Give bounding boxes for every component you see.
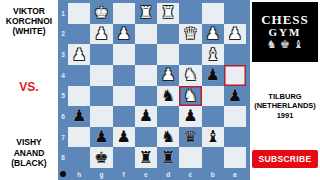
square-b1[interactable] [202,3,224,24]
square-b3[interactable]: ♝ [202,44,224,65]
black-pawn: ♟ [116,129,130,145]
square-b7[interactable]: ♝ [202,127,224,148]
square-h1[interactable] [68,3,90,24]
square-g6[interactable] [90,106,112,127]
black-pawn: ♟ [205,67,219,83]
rank-labels: 12345678 [58,3,68,168]
square-b6[interactable] [202,106,224,127]
player-black-color: (BLACK) [11,158,46,168]
rank-label-8: 8 [58,147,68,168]
square-a1[interactable] [224,3,246,24]
black-knight: ♞ [161,88,175,104]
black-rook: ♜ [161,150,175,166]
square-h7[interactable] [68,127,90,148]
player-black-name: VISHY ANAND (BLACK) [11,137,46,168]
square-g3[interactable] [90,44,112,65]
side-to-move-indicator [60,171,66,177]
file-label-b: b [202,168,224,180]
square-b5[interactable] [202,86,224,107]
chess-board: 12345678 ♚♜♜♟♟♛♟♟♟♝♟♞♟♞♞♟♟♟♟♟♟♞♛♝♚♜♜ hgf… [58,0,250,180]
player-white-color: (WHITE) [6,26,52,36]
square-g2[interactable]: ♟ [90,24,112,45]
square-c5[interactable]: ♞ [179,86,201,107]
square-a2[interactable]: ♟ [224,24,246,45]
square-d1[interactable]: ♜ [157,3,179,24]
square-g1[interactable]: ♚ [90,3,112,24]
square-c2[interactable]: ♛ [179,24,201,45]
square-f4[interactable] [113,65,135,86]
white-rook: ♜ [139,5,153,21]
square-c8[interactable] [179,147,201,168]
video-thumbnail: VIKTOR KORCHNOI (WHITE) VS. VISHY ANAND … [0,0,320,180]
square-c4[interactable]: ♞ [179,65,201,86]
file-label-c: c [179,168,201,180]
square-a6[interactable] [224,106,246,127]
file-label-a: a [224,168,246,180]
event-year: 1991 [250,111,320,120]
square-g5[interactable] [90,86,112,107]
left-panel: VIKTOR KORCHNOI (WHITE) VS. VISHY ANAND … [0,0,58,180]
square-h5[interactable] [68,86,90,107]
square-a7[interactable] [224,127,246,148]
white-pawn: ♟ [228,26,242,42]
vs-label: VS. [19,80,38,94]
square-a5[interactable]: ♟ [224,86,246,107]
square-a3[interactable] [224,44,246,65]
square-a4[interactable] [224,65,246,86]
square-g4[interactable] [90,65,112,86]
square-f6[interactable] [113,106,135,127]
player-black-line1: VISHY [11,137,46,147]
rank-label-7: 7 [58,127,68,148]
black-pawn: ♟ [72,108,86,124]
file-labels: hgfedcba [68,168,246,180]
rank-label-5: 5 [58,86,68,107]
square-c1[interactable] [179,3,201,24]
square-e7[interactable] [135,127,157,148]
black-king: ♚ [94,150,108,166]
square-e1[interactable]: ♜ [135,3,157,24]
file-label-g: g [90,168,112,180]
square-f5[interactable] [113,86,135,107]
white-rook: ♜ [161,5,175,21]
file-label-e: e [135,168,157,180]
square-d7[interactable]: ♞ [157,127,179,148]
square-c3[interactable] [179,44,201,65]
black-pawn: ♟ [228,88,242,104]
board-squares: ♚♜♜♟♟♛♟♟♟♝♟♞♟♞♞♟♟♟♟♟♟♞♛♝♚♜♜ [68,3,246,168]
square-e8[interactable]: ♜ [135,147,157,168]
event-country: (NETHERLANDS) [250,101,320,110]
square-h3[interactable]: ♟ [68,44,90,65]
logo-chess-pieces-icon: ♞ ♚ ♝ [267,39,304,51]
square-c7[interactable]: ♛ [179,127,201,148]
square-d4[interactable]: ♟ [157,65,179,86]
square-h6[interactable]: ♟ [68,106,90,127]
white-pawn: ♟ [205,26,219,42]
square-b8[interactable] [202,147,224,168]
square-f2[interactable]: ♟ [113,24,135,45]
rank-label-4: 4 [58,65,68,86]
file-label-f: f [113,168,135,180]
square-d6[interactable] [157,106,179,127]
black-bishop: ♝ [205,129,219,145]
square-b4[interactable]: ♟ [202,65,224,86]
file-label-d: d [157,168,179,180]
square-g7[interactable]: ♟ [90,127,112,148]
black-pawn: ♟ [94,129,108,145]
square-d3[interactable] [157,44,179,65]
square-f7[interactable]: ♟ [113,127,135,148]
white-bishop: ♝ [205,47,219,63]
event-city: TILBURG [250,92,320,101]
white-queen: ♛ [183,26,197,42]
black-knight: ♞ [161,129,175,145]
square-a8[interactable] [224,147,246,168]
square-d5[interactable]: ♞ [157,86,179,107]
square-e5[interactable] [135,86,157,107]
square-d2[interactable] [157,24,179,45]
rank-label-3: 3 [58,44,68,65]
white-pawn: ♟ [116,26,130,42]
event-info: TILBURG (NETHERLANDS) 1991 [250,92,320,120]
white-knight: ♞ [183,88,197,104]
square-h4[interactable] [68,65,90,86]
right-panel: CHESS GYM ♞ ♚ ♝ TILBURG (NETHERLANDS) 19… [250,0,320,180]
player-white-line2: KORCHNOI [6,16,52,26]
rank-label-2: 2 [58,24,68,45]
square-h2[interactable] [68,24,90,45]
channel-logo: CHESS GYM ♞ ♚ ♝ [252,2,318,62]
square-e6[interactable]: ♟ [135,106,157,127]
player-white-name: VIKTOR KORCHNOI (WHITE) [6,6,52,37]
white-pawn: ♟ [161,67,175,83]
player-black-line2: ANAND [11,148,46,158]
square-g8[interactable]: ♚ [90,147,112,168]
square-b2[interactable]: ♟ [202,24,224,45]
square-f1[interactable] [113,3,135,24]
white-knight: ♞ [183,67,197,83]
rank-label-6: 6 [58,106,68,127]
black-pawn: ♟ [183,108,197,124]
square-h8[interactable] [68,147,90,168]
square-f8[interactable] [113,147,135,168]
white-pawn: ♟ [72,47,86,63]
black-queen: ♛ [183,129,197,145]
square-e2[interactable] [135,24,157,45]
white-pawn: ♟ [94,26,108,42]
square-e4[interactable] [135,65,157,86]
square-f3[interactable] [113,44,135,65]
square-e3[interactable] [135,44,157,65]
file-label-h: h [68,168,90,180]
rank-label-1: 1 [58,3,68,24]
logo-text-chess: CHESS [261,13,309,26]
black-rook: ♜ [139,150,153,166]
subscribe-button[interactable]: SUBSCRIBE [252,150,318,168]
logo-text-gym: GYM [269,27,302,38]
square-c6[interactable]: ♟ [179,106,201,127]
black-pawn: ♟ [139,108,153,124]
player-white-line1: VIKTOR [6,6,52,16]
white-king: ♚ [94,5,108,21]
square-d8[interactable]: ♜ [157,147,179,168]
